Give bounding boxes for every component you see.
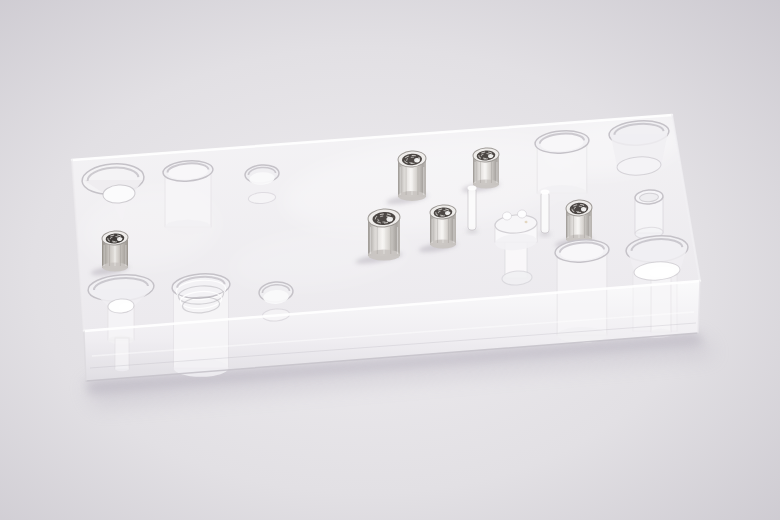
milky-bore-back-left: [162, 159, 213, 234]
product-photo: [0, 0, 780, 520]
photo-canvas: [0, 0, 780, 520]
thin-wall-tube: [635, 189, 664, 240]
clear-pin-right: [539, 190, 551, 237]
clear-pin-left: [466, 186, 478, 234]
